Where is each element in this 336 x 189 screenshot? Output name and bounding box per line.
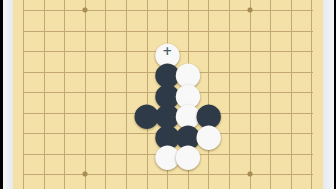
stone-glyph: ● — [174, 139, 202, 171]
right-screen-strip — [322, 0, 334, 189]
stone-white: ● — [177, 142, 199, 164]
stones-layer: ●+●●●●●●●●●●●●● — [13, 0, 323, 189]
app-screen: ●+●●●●●●●●●●●●● — [0, 0, 336, 189]
gomoku-board[interactable]: ●+●●●●●●●●●●●●● — [13, 0, 323, 189]
